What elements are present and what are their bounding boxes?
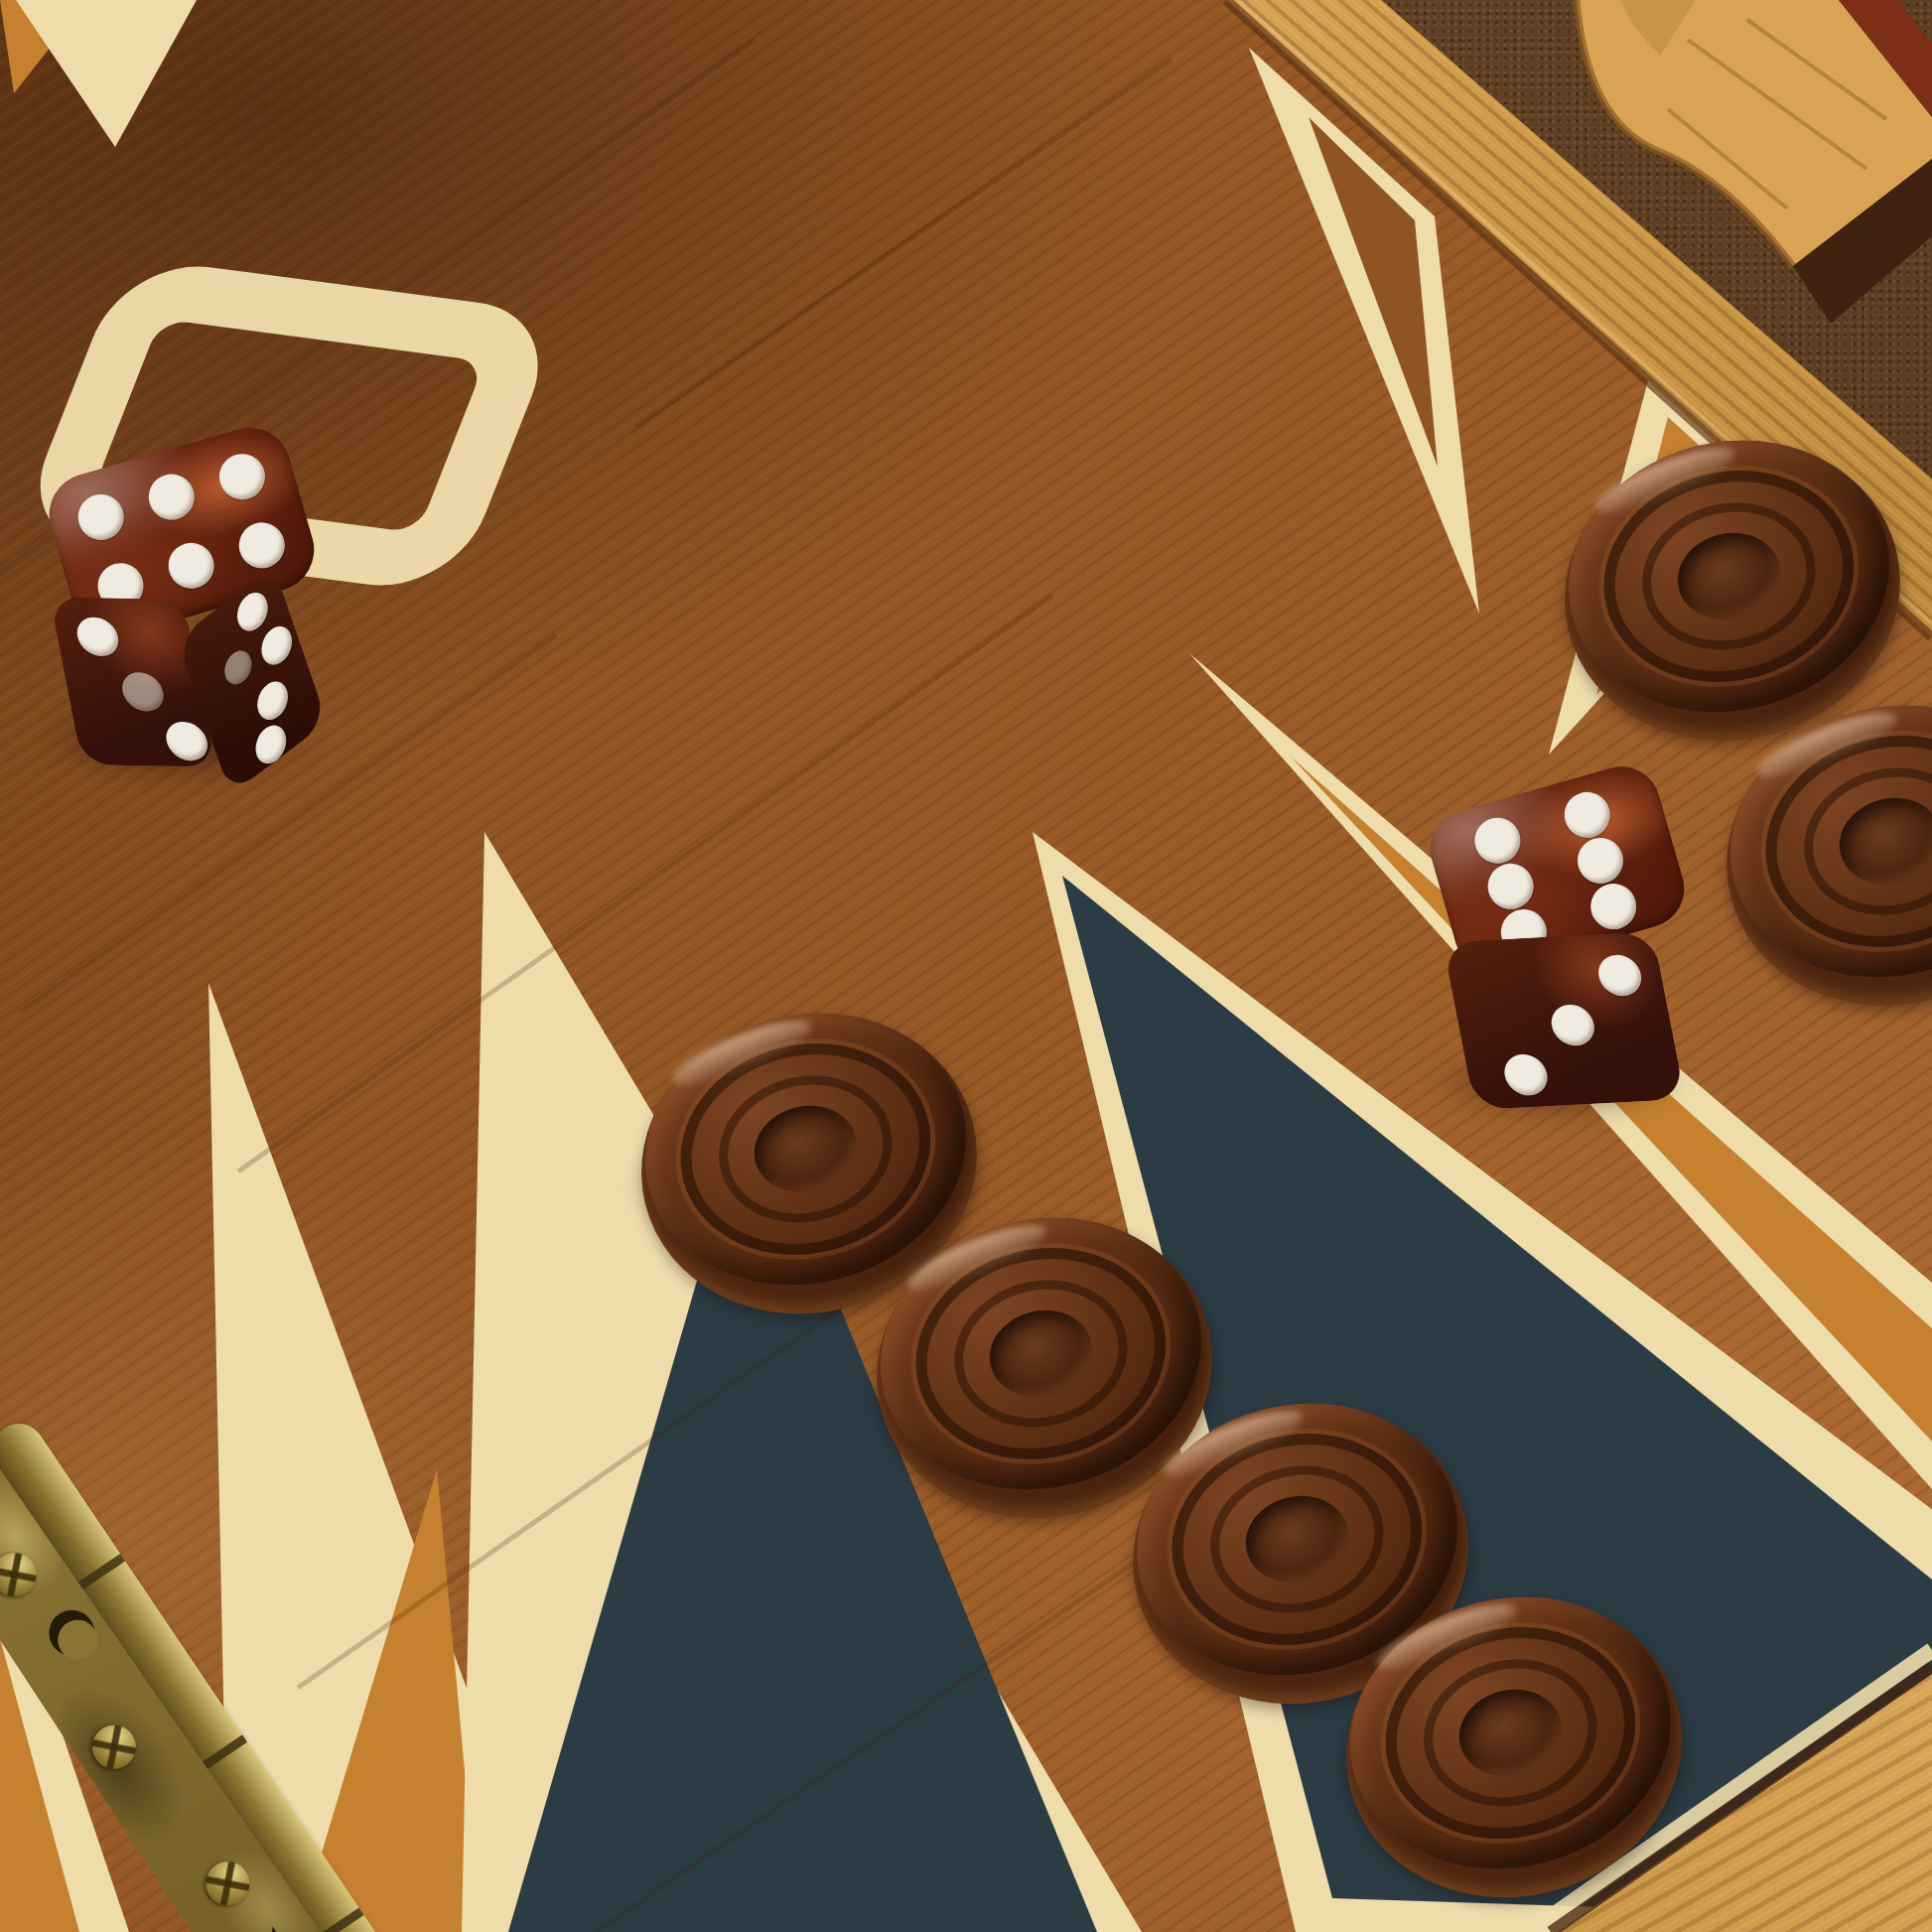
hinge-screw [198, 1854, 258, 1914]
hinge-star-cutout [249, 1917, 307, 1932]
hinge-crescent-cutout [40, 1601, 103, 1665]
hinge-screw [0, 1544, 45, 1604]
die-left[interactable] [54, 439, 319, 779]
die-right[interactable] [1434, 778, 1692, 1114]
die-face-front-3 [1443, 931, 1686, 1110]
hinge-screw [83, 1717, 144, 1777]
backgammon-board [0, 0, 1932, 1932]
